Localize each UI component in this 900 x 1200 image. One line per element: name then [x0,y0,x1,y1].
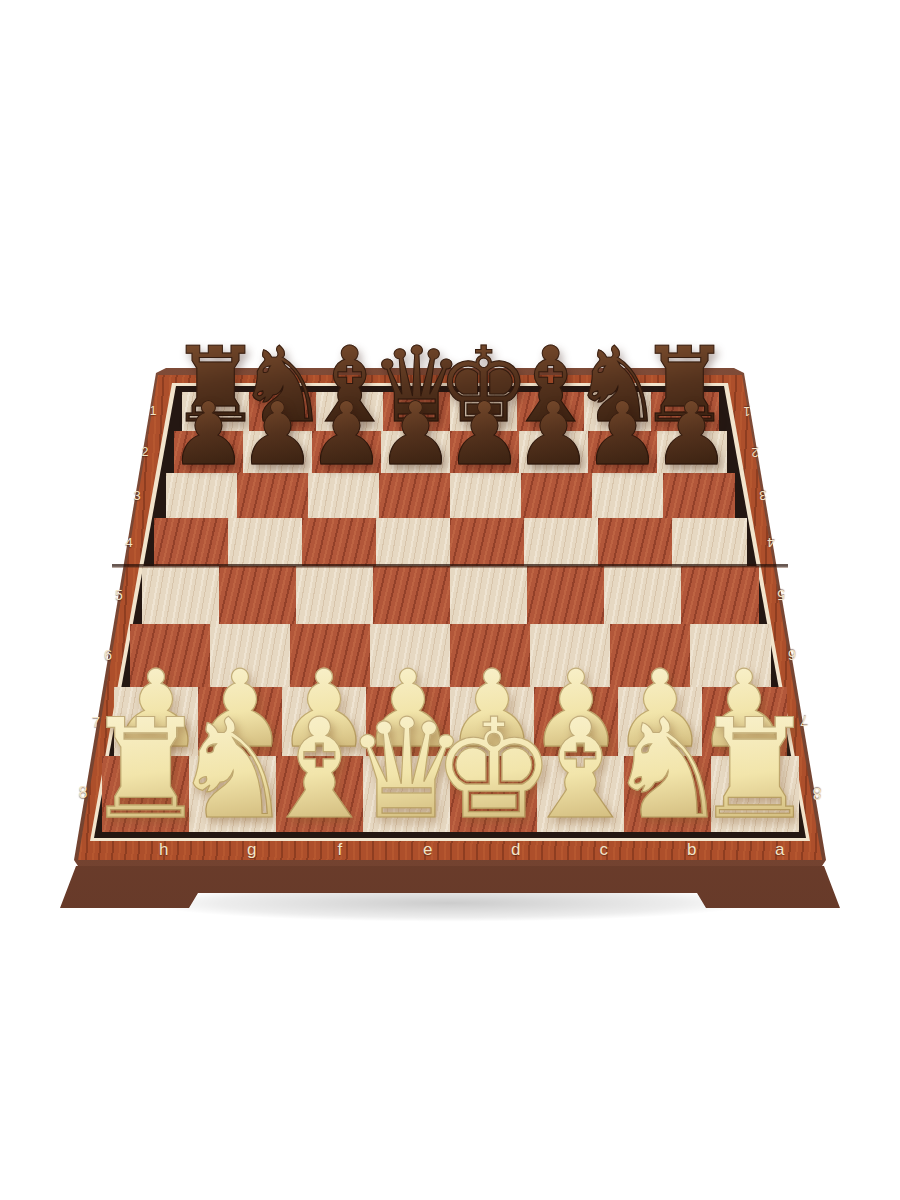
square-g5[interactable] [219,566,297,625]
square-a5[interactable] [681,566,759,625]
piece-dark-pawn-e2[interactable]: ♟ [377,391,455,478]
rank-label-left-2: 2 [142,445,149,459]
square-c4[interactable] [524,518,599,567]
square-f4[interactable] [302,518,377,567]
piece-dark-pawn-c2[interactable]: ♟ [515,391,593,478]
chess-board: hgfedcba1122334455667788♜♞♝♛♚♝♞♜♟♟♟♟♟♟♟♟… [0,0,900,1200]
square-d5[interactable] [450,566,528,625]
square-e5[interactable] [373,566,451,625]
piece-dark-pawn-a2[interactable]: ♟ [653,391,731,478]
square-c5[interactable] [527,566,605,625]
piece-dark-pawn-g2[interactable]: ♟ [239,391,317,478]
board-hinge-seam [112,564,788,568]
rank-label-right-3: 3 [759,488,766,503]
rank-label-right-4: 4 [767,535,775,550]
square-b5[interactable] [604,566,682,625]
piece-dark-pawn-f2[interactable]: ♟ [308,391,386,478]
square-b4[interactable] [598,518,673,567]
rank-label-left-5: 5 [115,587,123,603]
rank-label-left-1: 1 [150,404,157,418]
piece-light-rook-a8[interactable]: ♜ [693,701,817,839]
square-a4[interactable] [672,518,747,567]
square-h5[interactable] [142,566,220,625]
piece-dark-pawn-b2[interactable]: ♟ [584,391,662,478]
photo-stage: hgfedcba1122334455667788♜♞♝♛♚♝♞♜♟♟♟♟♟♟♟♟… [0,0,900,1200]
rank-label-right-1: 1 [744,404,751,418]
square-f5[interactable] [296,566,374,625]
rank-label-right-5: 5 [777,587,785,603]
rank-label-left-3: 3 [133,488,140,503]
square-g4[interactable] [228,518,303,567]
piece-dark-pawn-d2[interactable]: ♟ [446,391,524,478]
piece-dark-pawn-h2[interactable]: ♟ [170,391,248,478]
rank-label-left-4: 4 [125,535,133,550]
square-e4[interactable] [376,518,451,567]
rank-label-right-2: 2 [752,445,759,459]
square-h4[interactable] [154,518,229,567]
square-d4[interactable] [450,518,525,567]
